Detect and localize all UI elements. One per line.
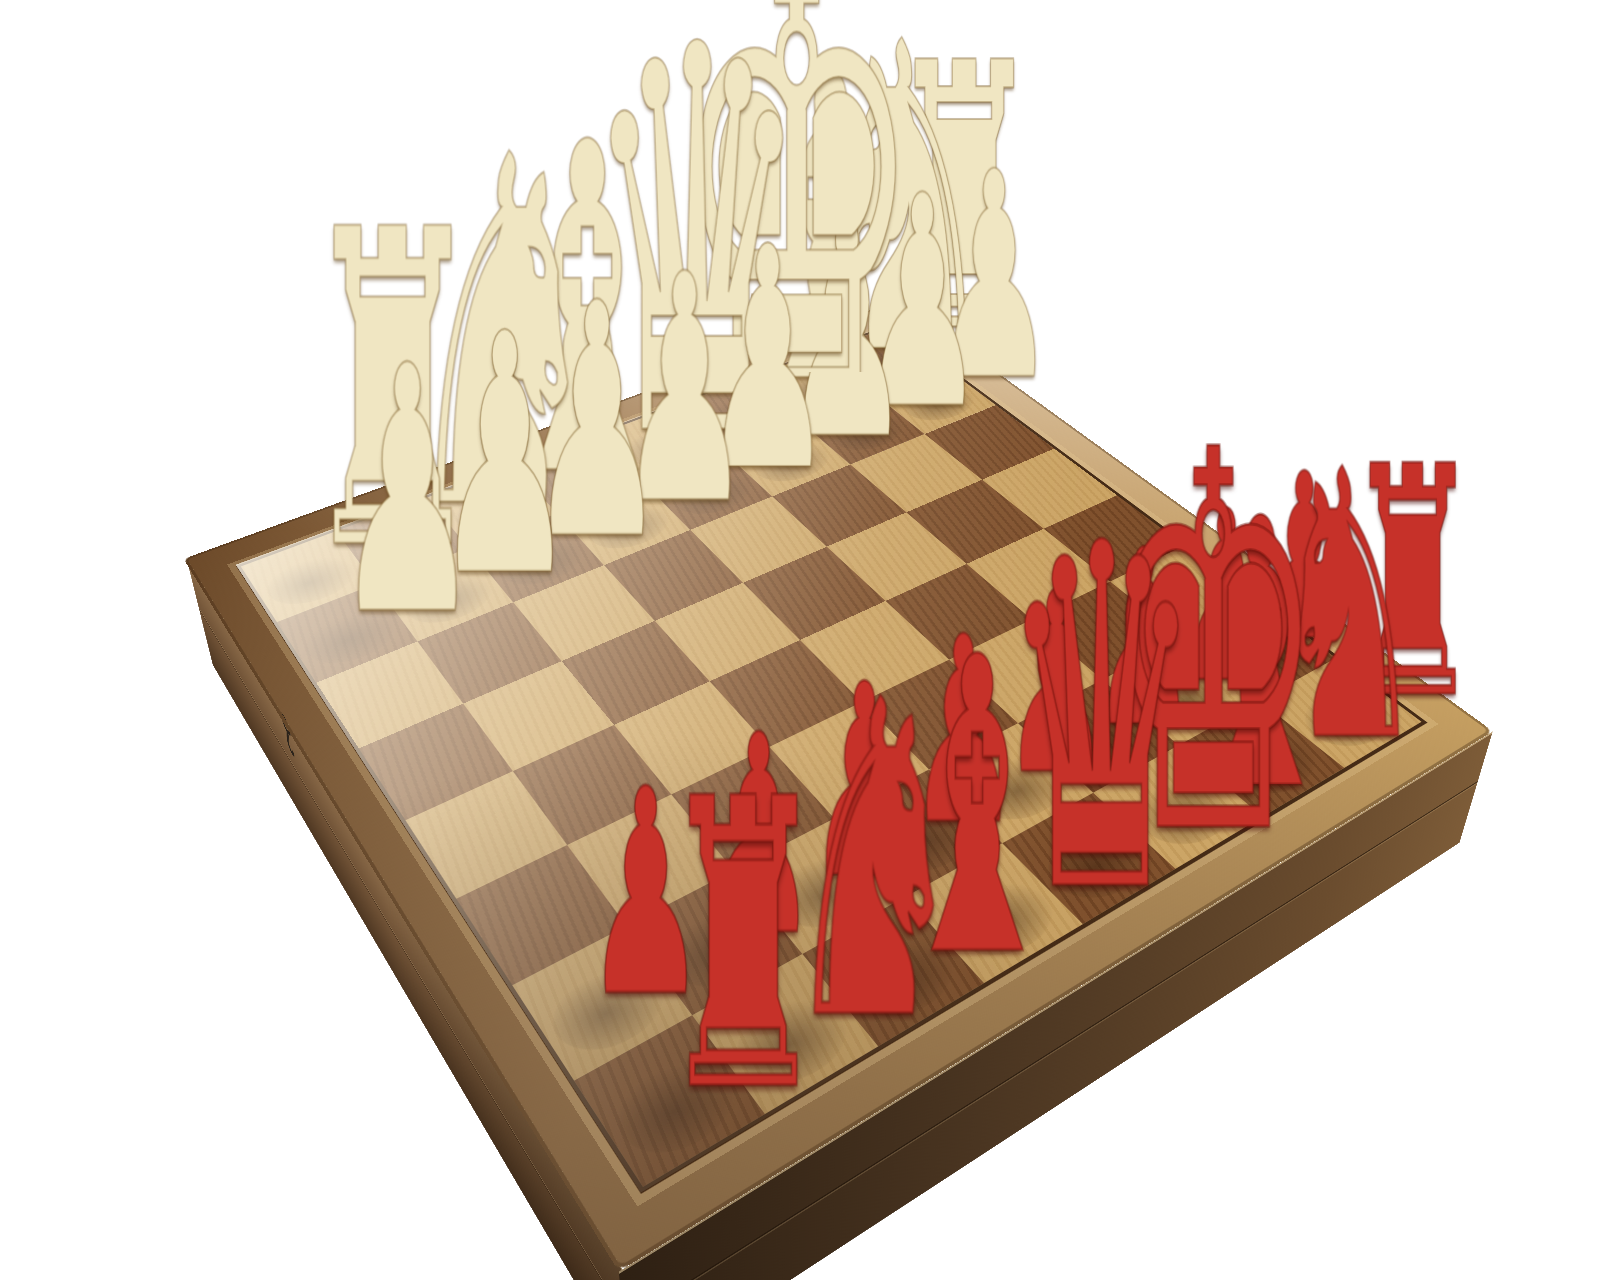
photo-canvas: ♜♞♝♛♚♝♞♜♟♟♟♟♟♟♟♟♟♟♟♟♟♟♟♟♜♞♝♛♚♝♞♜ bbox=[0, 0, 1600, 1280]
red-pawn[interactable]: ♟ bbox=[585, 752, 668, 1036]
red-rook[interactable]: ♜ bbox=[658, 747, 746, 1145]
cream-pawn[interactable]: ♟ bbox=[334, 322, 401, 662]
chess-box-scene: ♜♞♝♛♚♝♞♜♟♟♟♟♟♟♟♟♟♟♟♟♟♟♟♟♜♞♝♛♚♝♞♜ bbox=[0, 0, 1600, 1280]
cream-pawn-glyph: ♟ bbox=[334, 322, 480, 662]
red-rook-glyph: ♜ bbox=[658, 747, 828, 1145]
clasp-hook-icon bbox=[275, 700, 302, 776]
chess-board: ♜♞♝♛♚♝♞♜♟♟♟♟♟♟♟♟♟♟♟♟♟♟♟♟♜♞♝♛♚♝♞♜ bbox=[236, 324, 1428, 1194]
chess-box: ♜♞♝♛♚♝♞♜♟♟♟♟♟♟♟♟♟♟♟♟♟♟♟♟♜♞♝♛♚♝♞♜ bbox=[184, 300, 1493, 1271]
